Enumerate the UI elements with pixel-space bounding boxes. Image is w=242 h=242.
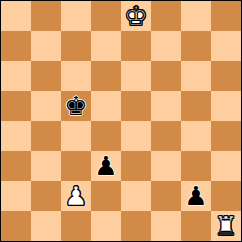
square-h4[interactable]	[211, 121, 241, 151]
square-c7[interactable]	[61, 31, 91, 61]
square-g2[interactable]: ♟︎	[181, 181, 211, 211]
piece-white-king[interactable]: ♚	[124, 1, 147, 31]
piece-black-pawn[interactable]: ♟︎	[94, 151, 117, 181]
square-e6[interactable]	[121, 61, 151, 91]
square-f3[interactable]	[151, 151, 181, 181]
square-h6[interactable]	[211, 61, 241, 91]
square-h1[interactable]: ♜	[211, 211, 241, 241]
square-b5[interactable]	[31, 91, 61, 121]
square-b6[interactable]	[31, 61, 61, 91]
square-c4[interactable]	[61, 121, 91, 151]
piece-white-rook[interactable]: ♜	[214, 211, 237, 241]
square-g5[interactable]	[181, 91, 211, 121]
square-b4[interactable]	[31, 121, 61, 151]
square-h2[interactable]	[211, 181, 241, 211]
square-g3[interactable]	[181, 151, 211, 181]
square-f1[interactable]	[151, 211, 181, 241]
square-h7[interactable]	[211, 31, 241, 61]
square-d4[interactable]	[91, 121, 121, 151]
square-c8[interactable]	[61, 1, 91, 31]
square-f4[interactable]	[151, 121, 181, 151]
square-d2[interactable]	[91, 181, 121, 211]
square-f7[interactable]	[151, 31, 181, 61]
square-f8[interactable]	[151, 1, 181, 31]
square-a2[interactable]	[1, 181, 31, 211]
square-b2[interactable]	[31, 181, 61, 211]
square-e5[interactable]	[121, 91, 151, 121]
square-e3[interactable]	[121, 151, 151, 181]
square-e4[interactable]	[121, 121, 151, 151]
square-a8[interactable]	[1, 1, 31, 31]
square-h5[interactable]	[211, 91, 241, 121]
square-c3[interactable]	[61, 151, 91, 181]
square-a3[interactable]	[1, 151, 31, 181]
square-a7[interactable]	[1, 31, 31, 61]
square-d8[interactable]	[91, 1, 121, 31]
square-g7[interactable]	[181, 31, 211, 61]
square-h8[interactable]	[211, 1, 241, 31]
square-c1[interactable]	[61, 211, 91, 241]
square-e2[interactable]	[121, 181, 151, 211]
square-f6[interactable]	[151, 61, 181, 91]
square-a6[interactable]	[1, 61, 31, 91]
square-c6[interactable]	[61, 61, 91, 91]
square-b1[interactable]	[31, 211, 61, 241]
square-d3[interactable]: ♟︎	[91, 151, 121, 181]
square-g1[interactable]	[181, 211, 211, 241]
square-b3[interactable]	[31, 151, 61, 181]
square-d6[interactable]	[91, 61, 121, 91]
piece-white-pawn[interactable]: ♟︎	[64, 181, 87, 211]
square-f2[interactable]	[151, 181, 181, 211]
square-g4[interactable]	[181, 121, 211, 151]
piece-black-king[interactable]: ♚	[64, 91, 87, 121]
square-h3[interactable]	[211, 151, 241, 181]
square-c5[interactable]: ♚	[61, 91, 91, 121]
square-d1[interactable]	[91, 211, 121, 241]
board-grid: ♚♚♟︎♟︎♟︎♜	[1, 1, 241, 241]
square-d7[interactable]	[91, 31, 121, 61]
square-a4[interactable]	[1, 121, 31, 151]
square-g6[interactable]	[181, 61, 211, 91]
square-a5[interactable]	[1, 91, 31, 121]
square-b7[interactable]	[31, 31, 61, 61]
square-f5[interactable]	[151, 91, 181, 121]
square-e8[interactable]: ♚	[121, 1, 151, 31]
square-g8[interactable]	[181, 1, 211, 31]
square-b8[interactable]	[31, 1, 61, 31]
square-c2[interactable]: ♟︎	[61, 181, 91, 211]
square-e1[interactable]	[121, 211, 151, 241]
square-e7[interactable]	[121, 31, 151, 61]
piece-black-pawn[interactable]: ♟︎	[184, 181, 207, 211]
square-a1[interactable]	[1, 211, 31, 241]
square-d5[interactable]	[91, 91, 121, 121]
chess-board: ♚♚♟︎♟︎♟︎♜	[0, 0, 242, 242]
